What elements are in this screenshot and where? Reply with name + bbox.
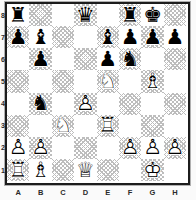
white-piece-fill-glyph: ♝ <box>143 71 162 92</box>
white-piece-fill-glyph: ♟ <box>166 137 185 158</box>
square-d8: ♛ <box>74 4 96 26</box>
square-h8 <box>164 4 186 26</box>
white-piece-fill-glyph: ♚ <box>143 160 162 181</box>
square-b2: ♟♙ <box>29 137 51 159</box>
file-label-b: B <box>29 188 51 197</box>
square-b5 <box>29 70 51 92</box>
square-f6: ♞ <box>119 48 141 70</box>
square-d1: ♛♕ <box>74 159 96 181</box>
square-b6: ♟ <box>29 48 51 70</box>
square-e2 <box>97 137 119 159</box>
rank-label-5: 5 <box>0 70 5 92</box>
black-pawn-g7: ♟ <box>141 26 163 48</box>
black-rook-f8: ♜ <box>119 4 141 26</box>
black-pawn-f7: ♟ <box>119 26 141 48</box>
square-g6 <box>141 48 163 70</box>
square-f7: ♟ <box>119 26 141 48</box>
black-pawn-e6: ♟ <box>97 48 119 70</box>
chess-board: ♜♛♜♚♟♝♝♟♟♟♟♟♞♞♘♝♗♞♟♙♞♘♜♖♟♙♟♙♟♙♟♙♟♙♜♖♝♗♛♕… <box>7 4 186 181</box>
square-g7: ♟ <box>141 26 163 48</box>
square-h1 <box>164 159 186 181</box>
white-pawn-f2: ♟♙ <box>119 137 141 159</box>
square-e1 <box>97 159 119 181</box>
square-a6 <box>7 48 29 70</box>
square-d6 <box>74 48 96 70</box>
white-piece-outline-glyph: ♙ <box>121 137 140 158</box>
black-knight-b4: ♞ <box>29 93 51 115</box>
black-king-g8: ♚ <box>141 4 163 26</box>
chess-board-frame: ♜♛♜♚♟♝♝♟♟♟♟♟♞♞♘♝♗♞♟♙♞♘♜♖♟♙♟♙♟♙♟♙♟♙♜♖♝♗♛♕… <box>5 2 190 185</box>
square-e7: ♝ <box>97 26 119 48</box>
white-piece-outline-glyph: ♙ <box>31 137 50 158</box>
chess-diagram-page: { "game": "chess", "description": "Print… <box>0 0 196 200</box>
rank-label-4: 4 <box>0 93 5 115</box>
square-b8 <box>29 4 51 26</box>
square-d5 <box>74 70 96 92</box>
square-d3 <box>74 115 96 137</box>
square-g2: ♟♙ <box>141 137 163 159</box>
white-piece-outline-glyph: ♘ <box>54 115 73 136</box>
white-rook-a1: ♜♖ <box>7 159 29 181</box>
square-g1: ♚♔ <box>141 159 163 181</box>
black-bishop-b7: ♝ <box>29 26 51 48</box>
black-piece-glyph: ♛ <box>76 5 95 26</box>
square-d7 <box>74 26 96 48</box>
black-piece-glyph: ♟ <box>9 27 28 48</box>
square-h6 <box>164 48 186 70</box>
square-c5 <box>52 70 74 92</box>
square-e4 <box>97 93 119 115</box>
white-piece-outline-glyph: ♗ <box>143 71 162 92</box>
white-piece-fill-glyph: ♞ <box>98 71 117 92</box>
file-label-a: A <box>7 188 29 197</box>
file-label-d: D <box>74 188 96 197</box>
square-c1 <box>52 159 74 181</box>
black-piece-glyph: ♟ <box>143 27 162 48</box>
white-piece-fill-glyph: ♟ <box>9 137 28 158</box>
black-piece-glyph: ♝ <box>98 27 117 48</box>
square-c4 <box>52 93 74 115</box>
rank-label-3: 3 <box>0 115 5 137</box>
black-piece-glyph: ♜ <box>121 5 140 26</box>
black-piece-glyph: ♜ <box>9 5 28 26</box>
white-knight-e5: ♞♘ <box>97 70 119 92</box>
square-b7: ♝ <box>29 26 51 48</box>
white-piece-outline-glyph: ♖ <box>9 160 28 181</box>
square-a7: ♟ <box>7 26 29 48</box>
black-knight-f6: ♞ <box>119 48 141 70</box>
square-c6 <box>52 48 74 70</box>
rank-label-1: 1 <box>0 159 5 181</box>
white-pawn-a2: ♟♙ <box>7 137 29 159</box>
white-piece-outline-glyph: ♙ <box>143 137 162 158</box>
square-f1 <box>119 159 141 181</box>
square-g3 <box>141 115 163 137</box>
square-g4 <box>141 93 163 115</box>
square-f5 <box>119 70 141 92</box>
white-pawn-d4: ♟♙ <box>74 93 96 115</box>
square-h7: ♟ <box>164 26 186 48</box>
white-piece-outline-glyph: ♙ <box>9 137 28 158</box>
white-rook-e3: ♜♖ <box>97 115 119 137</box>
white-piece-outline-glyph: ♗ <box>31 160 50 181</box>
square-c2 <box>52 137 74 159</box>
square-e6: ♟ <box>97 48 119 70</box>
black-piece-glyph: ♞ <box>121 49 140 70</box>
square-a8: ♜ <box>7 4 29 26</box>
white-piece-fill-glyph: ♟ <box>76 93 95 114</box>
square-h3 <box>164 115 186 137</box>
white-pawn-h2: ♟♙ <box>164 137 186 159</box>
black-pawn-a7: ♟ <box>7 26 29 48</box>
black-piece-glyph: ♟ <box>98 49 117 70</box>
black-pawn-h7: ♟ <box>164 26 186 48</box>
square-a3 <box>7 115 29 137</box>
file-labels: ABCDEFGH <box>7 188 186 197</box>
square-e3: ♜♖ <box>97 115 119 137</box>
square-f8: ♜ <box>119 4 141 26</box>
white-bishop-g5: ♝♗ <box>141 70 163 92</box>
square-h5 <box>164 70 186 92</box>
black-piece-glyph: ♟ <box>166 27 185 48</box>
white-king-g1: ♚♔ <box>141 159 163 181</box>
white-piece-outline-glyph: ♔ <box>143 160 162 181</box>
rank-label-2: 2 <box>0 137 5 159</box>
rank-label-8: 8 <box>0 4 5 26</box>
square-a2: ♟♙ <box>7 137 29 159</box>
black-piece-glyph: ♚ <box>143 5 162 26</box>
square-h2: ♟♙ <box>164 137 186 159</box>
file-label-g: G <box>141 188 163 197</box>
square-b1: ♝♗ <box>29 159 51 181</box>
white-piece-fill-glyph: ♜ <box>98 115 117 136</box>
square-c8 <box>52 4 74 26</box>
black-queen-d8: ♛ <box>74 4 96 26</box>
white-piece-fill-glyph: ♟ <box>121 137 140 158</box>
rank-labels: 87654321 <box>0 4 5 181</box>
file-label-c: C <box>52 188 74 197</box>
square-h4 <box>164 93 186 115</box>
square-f4 <box>119 93 141 115</box>
square-b3 <box>29 115 51 137</box>
square-c7 <box>52 26 74 48</box>
square-a5 <box>7 70 29 92</box>
white-piece-outline-glyph: ♙ <box>76 93 95 114</box>
square-g8: ♚ <box>141 4 163 26</box>
square-f3 <box>119 115 141 137</box>
white-piece-fill-glyph: ♛ <box>76 160 95 181</box>
square-e8 <box>97 4 119 26</box>
white-piece-outline-glyph: ♘ <box>98 71 117 92</box>
white-knight-c3: ♞♘ <box>52 115 74 137</box>
white-piece-outline-glyph: ♙ <box>166 137 185 158</box>
square-e5: ♞♘ <box>97 70 119 92</box>
white-piece-fill-glyph: ♝ <box>31 160 50 181</box>
black-piece-glyph: ♟ <box>121 27 140 48</box>
black-bishop-e7: ♝ <box>97 26 119 48</box>
square-f2: ♟♙ <box>119 137 141 159</box>
black-rook-a8: ♜ <box>7 4 29 26</box>
white-piece-outline-glyph: ♖ <box>98 115 117 136</box>
white-piece-fill-glyph: ♞ <box>54 115 73 136</box>
white-piece-fill-glyph: ♟ <box>31 137 50 158</box>
square-a1: ♜♖ <box>7 159 29 181</box>
square-d2 <box>74 137 96 159</box>
black-piece-glyph: ♟ <box>31 49 50 70</box>
white-piece-outline-glyph: ♕ <box>76 160 95 181</box>
white-queen-d1: ♛♕ <box>74 159 96 181</box>
rank-label-7: 7 <box>0 26 5 48</box>
white-pawn-g2: ♟♙ <box>141 137 163 159</box>
file-label-f: F <box>119 188 141 197</box>
square-b4: ♞ <box>29 93 51 115</box>
rank-label-6: 6 <box>0 48 5 70</box>
white-bishop-b1: ♝♗ <box>29 159 51 181</box>
file-label-h: H <box>164 188 186 197</box>
black-pawn-b6: ♟ <box>29 48 51 70</box>
square-a4 <box>7 93 29 115</box>
file-label-e: E <box>97 188 119 197</box>
white-pawn-b2: ♟♙ <box>29 137 51 159</box>
square-d4: ♟♙ <box>74 93 96 115</box>
white-piece-fill-glyph: ♜ <box>9 160 28 181</box>
black-piece-glyph: ♞ <box>31 93 50 114</box>
square-g5: ♝♗ <box>141 70 163 92</box>
white-piece-fill-glyph: ♟ <box>143 137 162 158</box>
black-piece-glyph: ♝ <box>31 27 50 48</box>
square-c3: ♞♘ <box>52 115 74 137</box>
